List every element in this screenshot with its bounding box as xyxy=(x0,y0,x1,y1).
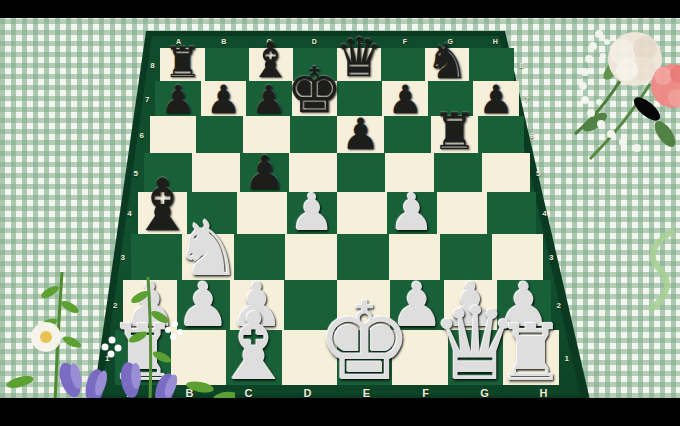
rank-label-left-8: 8 xyxy=(150,60,154,69)
bouquet-top-right-icon xyxy=(555,14,680,164)
letterbox-top xyxy=(0,0,680,18)
square-b5[interactable] xyxy=(192,153,240,192)
piece-white-pawn[interactable]: ♟ xyxy=(289,187,335,238)
ribbon-right-icon xyxy=(630,225,680,315)
rank-label-right-5: 5 xyxy=(536,168,540,177)
piece-black-pawn[interactable]: ♟ xyxy=(388,80,423,119)
file-label-top-f: F xyxy=(403,38,407,45)
file-label-top-b: B xyxy=(221,38,226,45)
square-g4[interactable] xyxy=(437,192,487,234)
piece-black-pawn[interactable]: ♟ xyxy=(160,80,195,119)
square-e4[interactable] xyxy=(337,192,387,234)
file-label-top-h: H xyxy=(493,38,498,45)
piece-black-pawn[interactable]: ♟ xyxy=(206,80,241,119)
rank-label-right-3: 3 xyxy=(549,253,553,262)
rank-label-right-7: 7 xyxy=(525,94,529,103)
piece-black-pawn[interactable]: ♟ xyxy=(243,149,285,196)
letterbox-bottom xyxy=(0,398,680,426)
square-h4[interactable] xyxy=(487,192,537,234)
piece-white-rook[interactable]: ♜ xyxy=(496,314,566,392)
rank-label-left-7: 7 xyxy=(145,94,149,103)
square-h5[interactable] xyxy=(482,153,530,192)
file-label-bottom-d: D xyxy=(304,387,312,399)
piece-black-rook[interactable]: ♜ xyxy=(432,107,477,157)
piece-black-pawn[interactable]: ♟ xyxy=(341,113,380,156)
piece-black-pawn[interactable]: ♟ xyxy=(479,80,514,119)
chess-game-screen: AABBCCDDEEFFGGHH8877665544332211 ♜♝♛♞♟♟♟… xyxy=(0,0,680,426)
square-e3[interactable] xyxy=(337,234,389,280)
rank-label-right-4: 4 xyxy=(542,209,546,218)
rank-label-right-6: 6 xyxy=(530,130,534,139)
file-label-bottom-f: F xyxy=(422,387,429,399)
piece-black-pawn[interactable]: ♟ xyxy=(251,80,286,119)
rank-label-left-3: 3 xyxy=(121,253,125,262)
file-label-top-d: D xyxy=(312,38,317,45)
rank-label-left-6: 6 xyxy=(139,130,143,139)
piece-white-pawn[interactable]: ♟ xyxy=(389,187,435,238)
rank-label-right-8: 8 xyxy=(519,60,523,69)
flowers-bottom-left-icon xyxy=(0,262,235,402)
piece-black-king[interactable]: ♚ xyxy=(286,59,342,122)
piece-white-king[interactable]: ♚ xyxy=(316,288,413,396)
piece-black-knight[interactable]: ♞ xyxy=(426,37,469,85)
